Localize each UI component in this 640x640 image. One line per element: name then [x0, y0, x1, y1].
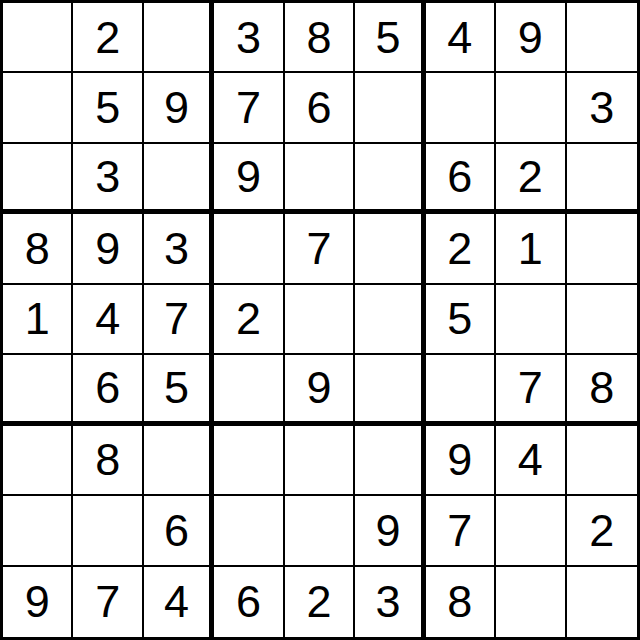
cell-r8c3-given[interactable]: 6	[144, 496, 214, 566]
cell-r3c4-given[interactable]: 9	[214, 144, 284, 214]
cell-r9c6-given[interactable]: 3	[355, 567, 425, 637]
cell-r6c2-given[interactable]: 6	[73, 355, 143, 425]
cell-r5c1-given[interactable]: 1	[3, 285, 73, 355]
cell-r5c2-given[interactable]: 4	[73, 285, 143, 355]
cell-r1c4-given[interactable]: 3	[214, 3, 284, 73]
cell-r6c9-given[interactable]: 8	[567, 355, 637, 425]
cell-r9c4-given[interactable]: 6	[214, 567, 284, 637]
cell-r4c7-given[interactable]: 2	[426, 214, 496, 284]
cell-r4c2-given[interactable]: 9	[73, 214, 143, 284]
cell-r8c6-given[interactable]: 9	[355, 496, 425, 566]
cell-r5c7-given[interactable]: 5	[426, 285, 496, 355]
cell-r6c5-given[interactable]: 9	[285, 355, 355, 425]
cell-r4c3-given[interactable]: 3	[144, 214, 214, 284]
cell-r9c9-empty[interactable]	[567, 567, 637, 637]
cell-r2c6-empty[interactable]	[355, 73, 425, 143]
cell-r2c7-empty[interactable]	[426, 73, 496, 143]
cell-r8c2-empty[interactable]	[73, 496, 143, 566]
cell-r5c9-empty[interactable]	[567, 285, 637, 355]
cell-r1c8-given[interactable]: 9	[496, 3, 566, 73]
cell-r9c2-given[interactable]: 7	[73, 567, 143, 637]
cell-r7c9-empty[interactable]	[567, 426, 637, 496]
cell-r2c1-empty[interactable]	[3, 73, 73, 143]
cell-r5c3-given[interactable]: 7	[144, 285, 214, 355]
cell-r1c2-given[interactable]: 2	[73, 3, 143, 73]
cell-r7c6-empty[interactable]	[355, 426, 425, 496]
cell-r7c2-given[interactable]: 8	[73, 426, 143, 496]
cell-r6c4-empty[interactable]	[214, 355, 284, 425]
cell-r3c5-empty[interactable]	[285, 144, 355, 214]
cell-r8c7-given[interactable]: 7	[426, 496, 496, 566]
cell-r7c7-given[interactable]: 9	[426, 426, 496, 496]
cell-r5c4-given[interactable]: 2	[214, 285, 284, 355]
cell-r6c1-empty[interactable]	[3, 355, 73, 425]
cell-r3c6-empty[interactable]	[355, 144, 425, 214]
cell-r7c3-empty[interactable]	[144, 426, 214, 496]
cell-r3c7-given[interactable]: 6	[426, 144, 496, 214]
cell-r8c4-empty[interactable]	[214, 496, 284, 566]
cell-r8c9-given[interactable]: 2	[567, 496, 637, 566]
cell-r5c6-empty[interactable]	[355, 285, 425, 355]
cell-r8c1-empty[interactable]	[3, 496, 73, 566]
cell-r1c9-empty[interactable]	[567, 3, 637, 73]
cell-r4c5-given[interactable]: 7	[285, 214, 355, 284]
cell-r1c6-given[interactable]: 5	[355, 3, 425, 73]
cell-r4c6-empty[interactable]	[355, 214, 425, 284]
cell-r1c1-empty[interactable]	[3, 3, 73, 73]
cell-r2c9-given[interactable]: 3	[567, 73, 637, 143]
cell-r7c4-empty[interactable]	[214, 426, 284, 496]
cell-r3c8-given[interactable]: 2	[496, 144, 566, 214]
cell-r6c3-given[interactable]: 5	[144, 355, 214, 425]
cell-r6c6-empty[interactable]	[355, 355, 425, 425]
cell-r7c8-given[interactable]: 4	[496, 426, 566, 496]
cell-r8c8-empty[interactable]	[496, 496, 566, 566]
cell-r3c2-given[interactable]: 3	[73, 144, 143, 214]
cell-r3c3-empty[interactable]	[144, 144, 214, 214]
cell-r2c4-given[interactable]: 7	[214, 73, 284, 143]
cell-r3c9-empty[interactable]	[567, 144, 637, 214]
cell-r9c1-given[interactable]: 9	[3, 567, 73, 637]
cell-r9c3-given[interactable]: 4	[144, 567, 214, 637]
cell-r1c3-empty[interactable]	[144, 3, 214, 73]
cell-r7c1-empty[interactable]	[3, 426, 73, 496]
cell-r1c5-given[interactable]: 8	[285, 3, 355, 73]
sudoku-board: 2385495976339628937211472565978894697297…	[0, 0, 640, 640]
cell-r4c8-given[interactable]: 1	[496, 214, 566, 284]
cell-r9c5-given[interactable]: 2	[285, 567, 355, 637]
cell-r9c8-empty[interactable]	[496, 567, 566, 637]
cell-r5c8-empty[interactable]	[496, 285, 566, 355]
cell-r2c2-given[interactable]: 5	[73, 73, 143, 143]
cell-r6c8-given[interactable]: 7	[496, 355, 566, 425]
cell-r6c7-empty[interactable]	[426, 355, 496, 425]
cell-r2c8-empty[interactable]	[496, 73, 566, 143]
cell-r7c5-empty[interactable]	[285, 426, 355, 496]
cell-r3c1-empty[interactable]	[3, 144, 73, 214]
cell-r8c5-empty[interactable]	[285, 496, 355, 566]
cell-r5c5-empty[interactable]	[285, 285, 355, 355]
cell-r2c3-given[interactable]: 9	[144, 73, 214, 143]
cell-r1c7-given[interactable]: 4	[426, 3, 496, 73]
cell-r2c5-given[interactable]: 6	[285, 73, 355, 143]
cell-r9c7-given[interactable]: 8	[426, 567, 496, 637]
cell-r4c1-given[interactable]: 8	[3, 214, 73, 284]
cell-r4c9-empty[interactable]	[567, 214, 637, 284]
cell-r4c4-empty[interactable]	[214, 214, 284, 284]
